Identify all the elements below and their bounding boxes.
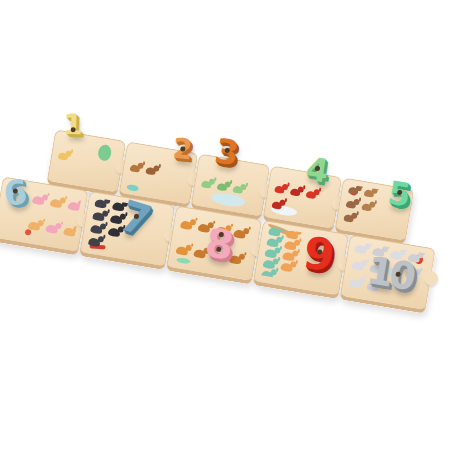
- puzzle-piece-6: 6: [0, 176, 89, 255]
- squirrel-icon: [176, 245, 189, 255]
- bird-icon: [286, 230, 299, 240]
- bird-icon: [264, 249, 277, 259]
- number-block-2: 2: [171, 135, 193, 165]
- number-label-1: 1: [63, 111, 83, 140]
- bear-icon: [145, 167, 156, 176]
- number-block-10: 10: [364, 251, 415, 296]
- hedgehog-icon: [361, 203, 372, 212]
- hedgehog-icon: [348, 187, 359, 196]
- rabbit-icon: [67, 201, 80, 211]
- puzzle-piece-10: 10: [339, 234, 436, 313]
- puzzle-piece-9: 9: [252, 220, 349, 299]
- penguin-icon: [92, 212, 105, 222]
- giraffe-group: [55, 136, 120, 184]
- bird-icon: [262, 259, 275, 269]
- bird-icon: [261, 270, 274, 280]
- rabbit-icon: [28, 221, 41, 231]
- bear-icon: [130, 164, 141, 173]
- bird-icon: [282, 252, 295, 262]
- rabbit-icon: [63, 227, 76, 237]
- number-block-1: 1: [63, 111, 83, 140]
- bird-icon: [280, 262, 293, 272]
- rabbit-icon: [50, 198, 63, 208]
- number-block-6: 6: [2, 175, 28, 211]
- mouse-icon: [348, 279, 361, 289]
- rabbit-icon: [45, 224, 58, 234]
- hedgehog-icon: [364, 189, 375, 198]
- number-label-10: 10: [364, 251, 415, 296]
- rabbit-icon: [32, 195, 45, 205]
- hedgehog-icon: [346, 200, 357, 209]
- squirrel-icon: [180, 220, 193, 230]
- mouse-icon: [354, 245, 367, 255]
- bird-icon: [284, 241, 297, 251]
- bird-icon: [266, 238, 279, 248]
- puzzle-board: 12345 678910: [0, 122, 446, 314]
- penguin-icon: [90, 224, 103, 234]
- fox-icon: [274, 185, 285, 194]
- fox-icon: [306, 191, 317, 200]
- number-block-3: 3: [212, 133, 241, 170]
- number-block-5: 5: [386, 176, 413, 211]
- peg-hole: [70, 127, 75, 132]
- giraffe-icon: [58, 152, 69, 161]
- puzzle-piece-7: 7: [79, 191, 176, 270]
- mouse-icon: [351, 262, 364, 272]
- fox-icon: [290, 188, 301, 197]
- crocodile-icon: [201, 180, 212, 189]
- crocodile-icon: [217, 183, 228, 192]
- puzzle-piece-8: 8: [166, 205, 263, 284]
- crocodile-icon: [232, 185, 243, 194]
- fox-icon: [271, 201, 282, 210]
- penguin-icon: [88, 237, 101, 247]
- hedgehog-icon: [343, 214, 354, 223]
- penguin-icon: [94, 199, 107, 209]
- peg-hole: [179, 146, 184, 151]
- bird-icon: [268, 227, 281, 237]
